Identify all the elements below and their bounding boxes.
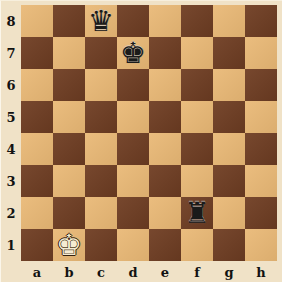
chess-board: ♛♚♜♚ [21, 5, 277, 261]
square-b7[interactable] [53, 37, 85, 69]
rank-label-1: 1 [1, 229, 21, 261]
square-h7[interactable] [245, 37, 277, 69]
square-c7[interactable] [85, 37, 117, 69]
square-e2[interactable] [149, 197, 181, 229]
square-b3[interactable] [53, 165, 85, 197]
square-d8[interactable] [117, 5, 149, 37]
square-f2[interactable]: ♜ [181, 197, 213, 229]
square-c2[interactable] [85, 197, 117, 229]
square-c5[interactable] [85, 101, 117, 133]
square-f7[interactable] [181, 37, 213, 69]
square-h5[interactable] [245, 101, 277, 133]
square-a5[interactable] [21, 101, 53, 133]
file-label-b: b [53, 261, 85, 282]
square-g7[interactable] [213, 37, 245, 69]
file-label-g: g [213, 261, 245, 282]
file-label-h: h [245, 261, 277, 282]
square-a1[interactable] [21, 229, 53, 261]
black-queen-c8[interactable]: ♛ [85, 5, 117, 37]
square-e8[interactable] [149, 5, 181, 37]
file-label-e: e [149, 261, 181, 282]
square-e4[interactable] [149, 133, 181, 165]
square-e3[interactable] [149, 165, 181, 197]
square-d7[interactable]: ♚ [117, 37, 149, 69]
square-d5[interactable] [117, 101, 149, 133]
file-label-d: d [117, 261, 149, 282]
file-label-c: c [85, 261, 117, 282]
square-e5[interactable] [149, 101, 181, 133]
square-h2[interactable] [245, 197, 277, 229]
square-f6[interactable] [181, 69, 213, 101]
square-b1[interactable]: ♚ [53, 229, 85, 261]
square-a8[interactable] [21, 5, 53, 37]
square-d6[interactable] [117, 69, 149, 101]
square-g1[interactable] [213, 229, 245, 261]
rank-label-8: 8 [1, 5, 21, 37]
square-a7[interactable] [21, 37, 53, 69]
rank-labels: 87654321 [1, 5, 21, 261]
square-h6[interactable] [245, 69, 277, 101]
square-b8[interactable] [53, 5, 85, 37]
square-e1[interactable] [149, 229, 181, 261]
file-label-f: f [181, 261, 213, 282]
square-g4[interactable] [213, 133, 245, 165]
square-f3[interactable] [181, 165, 213, 197]
rank-label-3: 3 [1, 165, 21, 197]
square-e7[interactable] [149, 37, 181, 69]
square-g5[interactable] [213, 101, 245, 133]
square-c4[interactable] [85, 133, 117, 165]
white-king-b1[interactable]: ♚ [53, 229, 85, 261]
square-a6[interactable] [21, 69, 53, 101]
square-d3[interactable] [117, 165, 149, 197]
black-rook-f2[interactable]: ♜ [181, 197, 213, 229]
rank-label-7: 7 [1, 37, 21, 69]
square-f4[interactable] [181, 133, 213, 165]
square-b2[interactable] [53, 197, 85, 229]
square-e6[interactable] [149, 69, 181, 101]
square-f1[interactable] [181, 229, 213, 261]
square-b6[interactable] [53, 69, 85, 101]
square-a2[interactable] [21, 197, 53, 229]
square-a4[interactable] [21, 133, 53, 165]
black-king-d7[interactable]: ♚ [117, 37, 149, 69]
rank-label-4: 4 [1, 133, 21, 165]
square-d1[interactable] [117, 229, 149, 261]
square-c8[interactable]: ♛ [85, 5, 117, 37]
file-label-a: a [21, 261, 53, 282]
square-h4[interactable] [245, 133, 277, 165]
square-a3[interactable] [21, 165, 53, 197]
square-b5[interactable] [53, 101, 85, 133]
square-g8[interactable] [213, 5, 245, 37]
square-g6[interactable] [213, 69, 245, 101]
square-c6[interactable] [85, 69, 117, 101]
square-b4[interactable] [53, 133, 85, 165]
square-g3[interactable] [213, 165, 245, 197]
square-h3[interactable] [245, 165, 277, 197]
square-c3[interactable] [85, 165, 117, 197]
file-labels: abcdefgh [21, 261, 277, 282]
square-f8[interactable] [181, 5, 213, 37]
chess-board-frame: 87654321 ♛♚♜♚ abcdefgh [0, 0, 282, 282]
square-d4[interactable] [117, 133, 149, 165]
rank-label-5: 5 [1, 101, 21, 133]
rank-label-6: 6 [1, 69, 21, 101]
square-h8[interactable] [245, 5, 277, 37]
square-f5[interactable] [181, 101, 213, 133]
square-d2[interactable] [117, 197, 149, 229]
square-c1[interactable] [85, 229, 117, 261]
square-g2[interactable] [213, 197, 245, 229]
square-h1[interactable] [245, 229, 277, 261]
rank-label-2: 2 [1, 197, 21, 229]
